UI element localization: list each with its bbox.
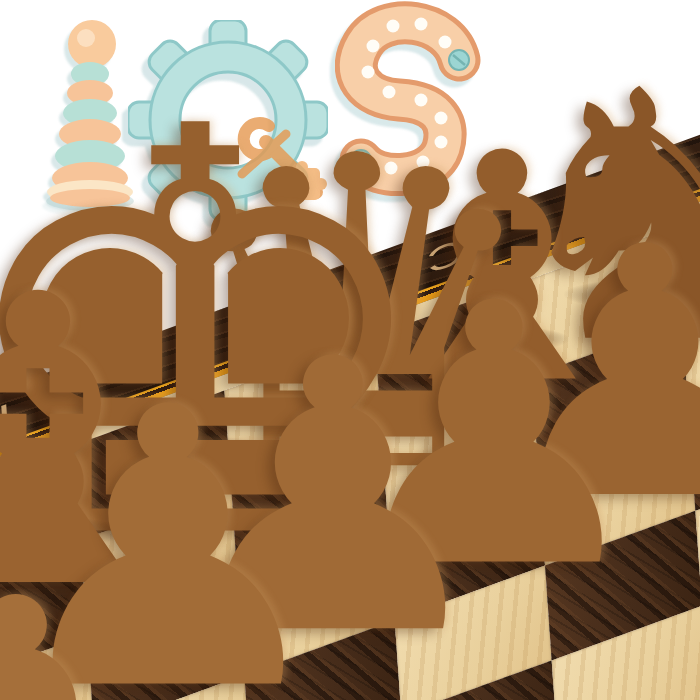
product-photo: HGFEDCBA ♞♝♛♟♚♟♝♟♟♟: [0, 0, 700, 700]
piece-pawn-f4: ♟: [0, 549, 191, 700]
